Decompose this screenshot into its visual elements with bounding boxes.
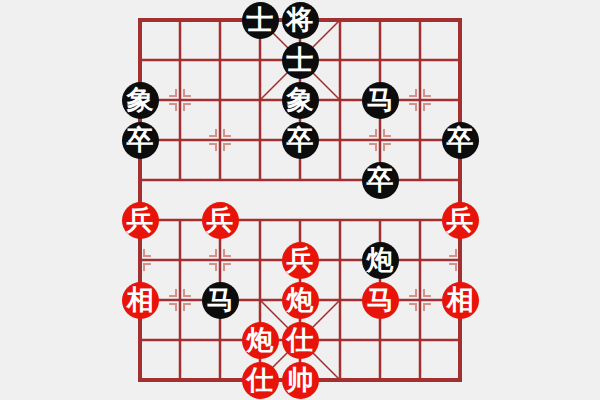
piece-black-cannon[interactable]: 炮 bbox=[360, 240, 400, 280]
piece-glyph: 象 bbox=[122, 82, 159, 119]
piece-black-soldier[interactable]: 卒 bbox=[280, 120, 320, 160]
xiangqi-board: 士将士象象马卒卒卒卒兵兵兵兵炮相马炮马相炮仕仕帅 bbox=[0, 0, 600, 400]
piece-glyph: 卒 bbox=[442, 122, 479, 159]
piece-black-horse[interactable]: 马 bbox=[360, 80, 400, 120]
piece-glyph: 士 bbox=[282, 42, 319, 79]
piece-red-horse[interactable]: 马 bbox=[360, 280, 400, 320]
piece-red-general[interactable]: 帅 bbox=[280, 360, 320, 400]
piece-black-elephant[interactable]: 象 bbox=[280, 80, 320, 120]
piece-black-horse[interactable]: 马 bbox=[200, 280, 240, 320]
piece-red-cannon[interactable]: 炮 bbox=[240, 320, 280, 360]
piece-glyph: 兵 bbox=[122, 202, 159, 239]
piece-glyph: 象 bbox=[282, 82, 319, 119]
piece-glyph: 炮 bbox=[242, 322, 279, 359]
piece-black-soldier[interactable]: 卒 bbox=[440, 120, 480, 160]
piece-red-soldier[interactable]: 兵 bbox=[440, 200, 480, 240]
piece-black-soldier[interactable]: 卒 bbox=[360, 160, 400, 200]
piece-red-soldier[interactable]: 兵 bbox=[280, 240, 320, 280]
pieces-layer: 士将士象象马卒卒卒卒兵兵兵兵炮相马炮马相炮仕仕帅 bbox=[120, 0, 480, 400]
piece-red-elephant[interactable]: 相 bbox=[440, 280, 480, 320]
piece-glyph: 兵 bbox=[442, 202, 479, 239]
piece-glyph: 相 bbox=[442, 282, 479, 319]
piece-black-advisor[interactable]: 士 bbox=[240, 0, 280, 40]
piece-black-soldier[interactable]: 卒 bbox=[120, 120, 160, 160]
piece-glyph: 马 bbox=[362, 82, 399, 119]
piece-glyph: 仕 bbox=[242, 362, 279, 399]
piece-red-elephant[interactable]: 相 bbox=[120, 280, 160, 320]
piece-glyph: 卒 bbox=[122, 122, 159, 159]
piece-red-advisor[interactable]: 仕 bbox=[280, 320, 320, 360]
piece-red-soldier[interactable]: 兵 bbox=[200, 200, 240, 240]
piece-glyph: 帅 bbox=[282, 362, 319, 399]
piece-glyph: 士 bbox=[242, 2, 279, 39]
piece-glyph: 马 bbox=[202, 282, 239, 319]
piece-glyph: 仕 bbox=[282, 322, 319, 359]
piece-glyph: 兵 bbox=[282, 242, 319, 279]
piece-glyph: 兵 bbox=[202, 202, 239, 239]
piece-red-cannon[interactable]: 炮 bbox=[280, 280, 320, 320]
piece-red-advisor[interactable]: 仕 bbox=[240, 360, 280, 400]
piece-glyph: 卒 bbox=[362, 162, 399, 199]
piece-glyph: 相 bbox=[122, 282, 159, 319]
piece-glyph: 炮 bbox=[282, 282, 319, 319]
piece-black-general[interactable]: 将 bbox=[280, 0, 320, 40]
piece-glyph: 马 bbox=[362, 282, 399, 319]
piece-black-elephant[interactable]: 象 bbox=[120, 80, 160, 120]
piece-glyph: 将 bbox=[282, 2, 319, 39]
piece-glyph: 炮 bbox=[362, 242, 399, 279]
piece-black-advisor[interactable]: 士 bbox=[280, 40, 320, 80]
piece-glyph: 卒 bbox=[282, 122, 319, 159]
piece-red-soldier[interactable]: 兵 bbox=[120, 200, 160, 240]
